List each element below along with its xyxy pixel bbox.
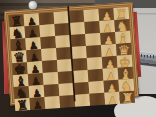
square[interactable]: ♟ xyxy=(104,92,120,105)
square[interactable] xyxy=(87,57,103,70)
square[interactable] xyxy=(69,22,85,35)
square[interactable] xyxy=(89,93,105,106)
square[interactable]: ♟ xyxy=(103,80,119,93)
square[interactable] xyxy=(85,33,101,46)
square[interactable] xyxy=(83,9,99,22)
board-frame: ♜♟♟♜♞♟♟♞♝♟♟♝♛♟♟♛♚♟♟♚♝♟♟♝♞♟♟♞♜♟♟♜ xyxy=(4,2,139,105)
square[interactable]: ♟ xyxy=(103,68,119,81)
square[interactable]: ♟ xyxy=(24,25,40,38)
square[interactable] xyxy=(41,48,57,61)
square[interactable] xyxy=(72,58,88,71)
square[interactable] xyxy=(71,46,87,59)
square[interactable]: ♜ xyxy=(15,98,31,111)
chess-piece-white-rook[interactable]: ♜ xyxy=(121,91,133,105)
square[interactable]: ♟ xyxy=(28,73,44,86)
square[interactable] xyxy=(39,24,55,37)
square[interactable] xyxy=(73,70,89,83)
square[interactable]: ♜ xyxy=(119,91,135,104)
photo-chess-scene: ♜♟♟♜♞♟♟♞♝♟♟♝♛♟♟♛♚♟♟♚♝♟♟♝♞♟♟♞♜♟♟♜ xyxy=(0,0,156,117)
square[interactable]: ♟ xyxy=(102,56,118,69)
chess-piece-white-pawn[interactable]: ♟ xyxy=(108,95,117,106)
square[interactable] xyxy=(74,82,90,95)
chess-piece-black-pawn[interactable]: ♟ xyxy=(32,100,43,112)
square[interactable] xyxy=(84,21,100,34)
square[interactable]: ♟ xyxy=(29,97,45,110)
chess-piece-black-rook[interactable]: ♜ xyxy=(16,98,30,113)
square[interactable]: ♟ xyxy=(26,49,42,62)
square[interactable]: ♟ xyxy=(100,32,116,45)
square[interactable] xyxy=(40,36,56,49)
square[interactable] xyxy=(88,69,104,82)
square[interactable]: ♟ xyxy=(24,13,40,26)
square[interactable]: ♟ xyxy=(27,61,43,74)
square[interactable] xyxy=(70,34,86,47)
square[interactable] xyxy=(42,60,58,73)
square[interactable] xyxy=(39,12,55,25)
chess-board: ♜♟♟♜♞♟♟♞♝♟♟♝♛♟♟♛♚♟♟♚♝♟♟♝♞♟♟♞♜♟♟♜ xyxy=(4,2,139,105)
square[interactable] xyxy=(44,84,60,97)
square[interactable]: ♟ xyxy=(25,37,41,50)
square[interactable] xyxy=(74,94,90,107)
square[interactable]: ♟ xyxy=(101,44,117,57)
square[interactable] xyxy=(86,45,102,58)
square[interactable] xyxy=(89,81,105,94)
square[interactable]: ♟ xyxy=(99,20,115,33)
square[interactable]: ♟ xyxy=(29,85,45,98)
square[interactable]: ♟ xyxy=(98,8,114,21)
square[interactable] xyxy=(69,10,85,23)
square[interactable] xyxy=(43,72,59,85)
metal-latch xyxy=(28,1,38,11)
chess-board-grid: ♜♟♟♜♞♟♟♞♝♟♟♝♛♟♟♛♚♟♟♚♝♟♟♝♞♟♟♞♜♟♟♜ xyxy=(9,7,135,101)
square[interactable] xyxy=(44,96,60,109)
